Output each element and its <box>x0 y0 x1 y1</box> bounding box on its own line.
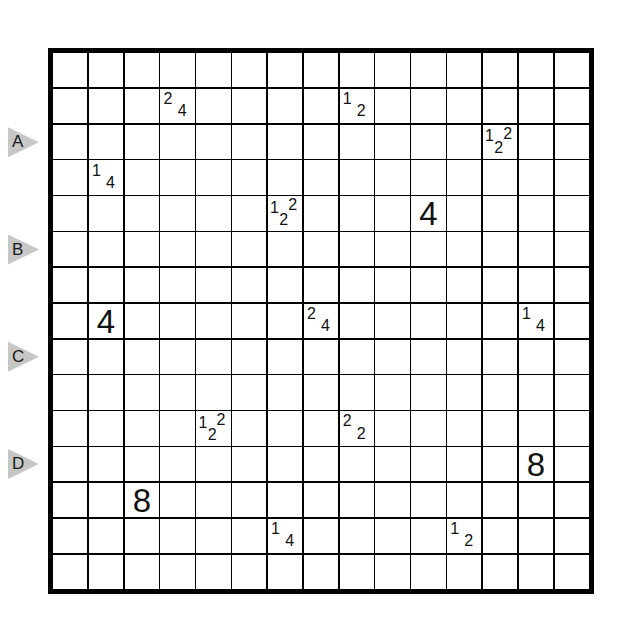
clue-value: 4 <box>97 304 115 337</box>
cell-r10c15[interactable] <box>555 375 589 409</box>
cell-r15c5[interactable] <box>196 555 230 589</box>
cell-r5c5[interactable] <box>196 196 230 230</box>
cell-r9c12[interactable] <box>447 340 481 374</box>
cell-r15c8[interactable] <box>304 555 338 589</box>
cell-r6c8[interactable] <box>304 232 338 266</box>
cell-r11c1[interactable] <box>53 411 87 445</box>
cell-r3c14[interactable] <box>519 125 553 159</box>
row-marker-C: C <box>8 342 39 372</box>
cell-r1c6[interactable] <box>232 53 266 87</box>
row-marker-A: A <box>8 127 39 157</box>
cell-r15c10[interactable] <box>375 555 409 589</box>
cell-r4c14[interactable] <box>519 160 553 194</box>
cell-r7c1[interactable] <box>53 268 87 302</box>
clue-value: 2 <box>357 103 366 119</box>
row-marker-letter: C <box>12 347 24 367</box>
cell-r1c7[interactable] <box>268 53 302 87</box>
cell-r6c4[interactable] <box>160 232 194 266</box>
cell-r4c7[interactable] <box>268 160 302 194</box>
cell-r8c13[interactable] <box>483 304 517 338</box>
cell-r1c12[interactable] <box>447 53 481 87</box>
cell-r3c6[interactable] <box>232 125 266 159</box>
clue-value: 4 <box>419 197 437 230</box>
cell-r14c13[interactable] <box>483 519 517 553</box>
cell-r11c10[interactable] <box>375 411 409 445</box>
cell-r9c1[interactable] <box>53 340 87 374</box>
cell-r3c11[interactable] <box>411 125 445 159</box>
cell-r4c1[interactable] <box>53 160 87 194</box>
cell-r10c4[interactable] <box>160 375 194 409</box>
cell-r8c5[interactable] <box>196 304 230 338</box>
cell-r6c3[interactable] <box>125 232 159 266</box>
row-marker-letter: D <box>12 454 24 474</box>
cell-r6c9[interactable] <box>340 232 374 266</box>
cell-r14c12: 12 <box>447 519 481 553</box>
cell-r4c5[interactable] <box>196 160 230 194</box>
cell-r14c9[interactable] <box>340 519 374 553</box>
cell-r12c12[interactable] <box>447 447 481 481</box>
cell-r8c4[interactable] <box>160 304 194 338</box>
clue-value: 2 <box>343 413 352 429</box>
cell-r11c12[interactable] <box>447 411 481 445</box>
cell-r3c12[interactable] <box>447 125 481 159</box>
clue-value: 4 <box>178 103 187 119</box>
cell-r11c5: 122 <box>196 411 230 445</box>
clue-value: 2 <box>494 140 503 156</box>
cell-r13c8[interactable] <box>304 483 338 517</box>
clue-value: 2 <box>288 197 297 213</box>
cell-r7c10[interactable] <box>375 268 409 302</box>
cell-r2c5[interactable] <box>196 89 230 123</box>
cell-r11c6[interactable] <box>232 411 266 445</box>
cell-r8c10[interactable] <box>375 304 409 338</box>
tapa-board: 24121221412244241412222881412 <box>48 48 594 594</box>
cell-r6c15[interactable] <box>555 232 589 266</box>
clue-value: 4 <box>536 318 545 334</box>
cell-r1c10[interactable] <box>375 53 409 87</box>
clue-value: 1 <box>450 521 459 537</box>
clue-value: 2 <box>164 91 173 107</box>
cell-r6c12[interactable] <box>447 232 481 266</box>
cell-r8c8: 24 <box>304 304 338 338</box>
cell-r5c13[interactable] <box>483 196 517 230</box>
row-marker-B: B <box>8 235 39 265</box>
cell-r11c15[interactable] <box>555 411 589 445</box>
cell-r6c14[interactable] <box>519 232 553 266</box>
cell-r9c7[interactable] <box>268 340 302 374</box>
cell-r7c11[interactable] <box>411 268 445 302</box>
cell-r2c6[interactable] <box>232 89 266 123</box>
cell-r7c14[interactable] <box>519 268 553 302</box>
cell-r13c7[interactable] <box>268 483 302 517</box>
cell-r6c10[interactable] <box>375 232 409 266</box>
cell-r12c4[interactable] <box>160 447 194 481</box>
cell-r15c6[interactable] <box>232 555 266 589</box>
cell-r13c1[interactable] <box>53 483 87 517</box>
cell-r6c1[interactable] <box>53 232 87 266</box>
cell-r5c10[interactable] <box>375 196 409 230</box>
cell-r9c3[interactable] <box>125 340 159 374</box>
clue-value: 8 <box>133 484 151 517</box>
cell-r4c12[interactable] <box>447 160 481 194</box>
cell-r10c3[interactable] <box>125 375 159 409</box>
cell-r14c3[interactable] <box>125 519 159 553</box>
cell-r10c2[interactable] <box>89 375 123 409</box>
cell-r11c13[interactable] <box>483 411 517 445</box>
cell-r4c9[interactable] <box>340 160 374 194</box>
cell-r9c2[interactable] <box>89 340 123 374</box>
cell-r9c5[interactable] <box>196 340 230 374</box>
clue-value: 2 <box>208 427 217 443</box>
cell-r11c7[interactable] <box>268 411 302 445</box>
cell-r14c10[interactable] <box>375 519 409 553</box>
clue-value: 4 <box>106 175 115 191</box>
cell-r8c7[interactable] <box>268 304 302 338</box>
cell-r4c15[interactable] <box>555 160 589 194</box>
cell-r12c11[interactable] <box>411 447 445 481</box>
clue-value: 4 <box>285 533 294 549</box>
cell-r9c11[interactable] <box>411 340 445 374</box>
cell-r2c1[interactable] <box>53 89 87 123</box>
cell-r12c3[interactable] <box>125 447 159 481</box>
cell-r10c5[interactable] <box>196 375 230 409</box>
cell-r8c11[interactable] <box>411 304 445 338</box>
cell-r6c7[interactable] <box>268 232 302 266</box>
clue-value: 1 <box>485 128 494 144</box>
cell-r14c1[interactable] <box>53 519 87 553</box>
cell-r5c14[interactable] <box>519 196 553 230</box>
cell-r15c12[interactable] <box>447 555 481 589</box>
cell-r5c15[interactable] <box>555 196 589 230</box>
clue-value: 2 <box>464 533 473 549</box>
cell-r7c5[interactable] <box>196 268 230 302</box>
cell-r9c6[interactable] <box>232 340 266 374</box>
cell-r3c10[interactable] <box>375 125 409 159</box>
clue-value: 1 <box>522 306 531 322</box>
cell-r2c9: 12 <box>340 89 374 123</box>
cell-r8c9[interactable] <box>340 304 374 338</box>
cell-r8c6[interactable] <box>232 304 266 338</box>
cell-r14c8[interactable] <box>304 519 338 553</box>
cell-r4c3[interactable] <box>125 160 159 194</box>
cell-r6c5[interactable] <box>196 232 230 266</box>
cell-r11c4[interactable] <box>160 411 194 445</box>
cell-r14c11[interactable] <box>411 519 445 553</box>
cell-r13c11[interactable] <box>411 483 445 517</box>
cell-r10c7[interactable] <box>268 375 302 409</box>
cell-r15c13[interactable] <box>483 555 517 589</box>
cell-r2c12[interactable] <box>447 89 481 123</box>
cell-r9c15[interactable] <box>555 340 589 374</box>
cell-r5c11: 4 <box>411 196 445 230</box>
cell-r1c9[interactable] <box>340 53 374 87</box>
cell-r3c5[interactable] <box>196 125 230 159</box>
cell-r12c9[interactable] <box>340 447 374 481</box>
cell-r1c13[interactable] <box>483 53 517 87</box>
row-marker-letter: B <box>12 240 23 260</box>
cell-r3c8[interactable] <box>304 125 338 159</box>
cell-r10c11[interactable] <box>411 375 445 409</box>
cell-r2c14[interactable] <box>519 89 553 123</box>
cell-r14c14[interactable] <box>519 519 553 553</box>
cell-r7c7[interactable] <box>268 268 302 302</box>
cell-r2c2[interactable] <box>89 89 123 123</box>
cell-r14c15[interactable] <box>555 519 589 553</box>
cell-r15c1[interactable] <box>53 555 87 589</box>
cell-r7c4[interactable] <box>160 268 194 302</box>
cell-r8c14: 14 <box>519 304 553 338</box>
cell-r3c15[interactable] <box>555 125 589 159</box>
clue-value: 1 <box>343 91 352 107</box>
cell-r2c3[interactable] <box>125 89 159 123</box>
cell-r5c6[interactable] <box>232 196 266 230</box>
row-marker-letter: A <box>12 132 23 152</box>
cell-r14c2[interactable] <box>89 519 123 553</box>
cell-r14c6[interactable] <box>232 519 266 553</box>
cell-r9c8[interactable] <box>304 340 338 374</box>
cell-r5c12[interactable] <box>447 196 481 230</box>
cell-r4c10[interactable] <box>375 160 409 194</box>
cell-r12c13[interactable] <box>483 447 517 481</box>
cell-r1c15[interactable] <box>555 53 589 87</box>
cell-r6c11[interactable] <box>411 232 445 266</box>
cell-r5c8[interactable] <box>304 196 338 230</box>
cell-r11c3[interactable] <box>125 411 159 445</box>
cell-r8c3[interactable] <box>125 304 159 338</box>
cell-r15c14[interactable] <box>519 555 553 589</box>
cell-r13c5[interactable] <box>196 483 230 517</box>
cell-r15c4[interactable] <box>160 555 194 589</box>
cell-r11c8[interactable] <box>304 411 338 445</box>
cell-r9c4[interactable] <box>160 340 194 374</box>
cell-r7c2[interactable] <box>89 268 123 302</box>
cell-r10c8[interactable] <box>304 375 338 409</box>
cell-r15c15[interactable] <box>555 555 589 589</box>
cell-r9c9[interactable] <box>340 340 374 374</box>
cell-r12c5[interactable] <box>196 447 230 481</box>
cell-r2c7[interactable] <box>268 89 302 123</box>
cell-r6c6[interactable] <box>232 232 266 266</box>
cell-r4c2: 14 <box>89 160 123 194</box>
cell-r7c15[interactable] <box>555 268 589 302</box>
cell-r1c5[interactable] <box>196 53 230 87</box>
cell-r5c3[interactable] <box>125 196 159 230</box>
cell-r15c3[interactable] <box>125 555 159 589</box>
row-marker-D: D <box>8 449 39 479</box>
cell-r10c9[interactable] <box>340 375 374 409</box>
cell-r9c14[interactable] <box>519 340 553 374</box>
clue-value: 1 <box>271 521 280 537</box>
cell-r1c11[interactable] <box>411 53 445 87</box>
cell-r13c3: 8 <box>125 483 159 517</box>
cell-r12c6[interactable] <box>232 447 266 481</box>
cell-r2c10[interactable] <box>375 89 409 123</box>
cell-r4c11[interactable] <box>411 160 445 194</box>
cell-r3c1[interactable] <box>53 125 87 159</box>
cell-r13c13[interactable] <box>483 483 517 517</box>
cell-r14c5[interactable] <box>196 519 230 553</box>
cell-r13c9[interactable] <box>340 483 374 517</box>
clue-value: 2 <box>217 412 226 428</box>
cell-r11c9: 22 <box>340 411 374 445</box>
cell-r11c2[interactable] <box>89 411 123 445</box>
cell-r3c4[interactable] <box>160 125 194 159</box>
cell-r13c12[interactable] <box>447 483 481 517</box>
cell-r8c1[interactable] <box>53 304 87 338</box>
cell-r3c7[interactable] <box>268 125 302 159</box>
cell-r12c10[interactable] <box>375 447 409 481</box>
cell-r13c15[interactable] <box>555 483 589 517</box>
cell-r5c7: 122 <box>268 196 302 230</box>
cell-r10c10[interactable] <box>375 375 409 409</box>
cell-r12c2[interactable] <box>89 447 123 481</box>
clue-value: 1 <box>92 163 101 179</box>
cell-r2c15[interactable] <box>555 89 589 123</box>
cell-r12c15[interactable] <box>555 447 589 481</box>
cell-r5c2[interactable] <box>89 196 123 230</box>
cell-r1c2[interactable] <box>89 53 123 87</box>
cell-r7c13[interactable] <box>483 268 517 302</box>
cell-r5c4[interactable] <box>160 196 194 230</box>
cell-r15c9[interactable] <box>340 555 374 589</box>
cell-r3c3[interactable] <box>125 125 159 159</box>
cell-r11c14[interactable] <box>519 411 553 445</box>
cell-r13c2[interactable] <box>89 483 123 517</box>
cell-r10c13[interactable] <box>483 375 517 409</box>
cell-r7c6[interactable] <box>232 268 266 302</box>
cell-r13c4[interactable] <box>160 483 194 517</box>
cell-r4c6[interactable] <box>232 160 266 194</box>
cell-r7c9[interactable] <box>340 268 374 302</box>
clue-value: 1 <box>198 415 207 431</box>
cell-r13c10[interactable] <box>375 483 409 517</box>
cell-r15c2[interactable] <box>89 555 123 589</box>
cell-r1c3[interactable] <box>125 53 159 87</box>
cell-r13c6[interactable] <box>232 483 266 517</box>
cell-r10c6[interactable] <box>232 375 266 409</box>
cell-r14c4[interactable] <box>160 519 194 553</box>
clue-value: 2 <box>357 426 366 442</box>
cell-r2c4: 24 <box>160 89 194 123</box>
cell-r3c13: 122 <box>483 125 517 159</box>
cell-r9c10[interactable] <box>375 340 409 374</box>
cell-r7c12[interactable] <box>447 268 481 302</box>
cell-r2c8[interactable] <box>304 89 338 123</box>
cell-r8c15[interactable] <box>555 304 589 338</box>
cell-r3c2[interactable] <box>89 125 123 159</box>
cell-r13c14[interactable] <box>519 483 553 517</box>
clue-value: 2 <box>503 126 512 142</box>
clue-value: 1 <box>270 200 279 216</box>
cell-r12c8[interactable] <box>304 447 338 481</box>
cell-r2c11[interactable] <box>411 89 445 123</box>
clue-value: 2 <box>279 212 288 228</box>
cell-r4c13[interactable] <box>483 160 517 194</box>
cell-r15c11[interactable] <box>411 555 445 589</box>
clue-value: 4 <box>321 318 330 334</box>
cell-r7c3[interactable] <box>125 268 159 302</box>
cell-r8c2: 4 <box>89 304 123 338</box>
cell-r5c9[interactable] <box>340 196 374 230</box>
cell-r1c8[interactable] <box>304 53 338 87</box>
cell-r15c7[interactable] <box>268 555 302 589</box>
clue-value: 2 <box>307 306 316 322</box>
cell-r4c8[interactable] <box>304 160 338 194</box>
cell-r1c4[interactable] <box>160 53 194 87</box>
cell-r11c11[interactable] <box>411 411 445 445</box>
tapa-puzzle-page: 24121221412244241412222881412 ABCD <box>0 0 642 644</box>
cell-r9c13[interactable] <box>483 340 517 374</box>
cell-r7c8[interactable] <box>304 268 338 302</box>
cell-r14c7: 14 <box>268 519 302 553</box>
cell-r1c1[interactable] <box>53 53 87 87</box>
cell-r2c13[interactable] <box>483 89 517 123</box>
cell-r10c12[interactable] <box>447 375 481 409</box>
cell-r10c1[interactable] <box>53 375 87 409</box>
cell-r12c1[interactable] <box>53 447 87 481</box>
cell-r5c1[interactable] <box>53 196 87 230</box>
cell-r8c12[interactable] <box>447 304 481 338</box>
cell-r1c14[interactable] <box>519 53 553 87</box>
cell-r12c14: 8 <box>519 447 553 481</box>
cell-r4c4[interactable] <box>160 160 194 194</box>
cell-r6c13[interactable] <box>483 232 517 266</box>
cell-r12c7[interactable] <box>268 447 302 481</box>
cell-r3c9[interactable] <box>340 125 374 159</box>
clue-value: 8 <box>527 448 545 481</box>
cell-r10c14[interactable] <box>519 375 553 409</box>
cell-r6c2[interactable] <box>89 232 123 266</box>
